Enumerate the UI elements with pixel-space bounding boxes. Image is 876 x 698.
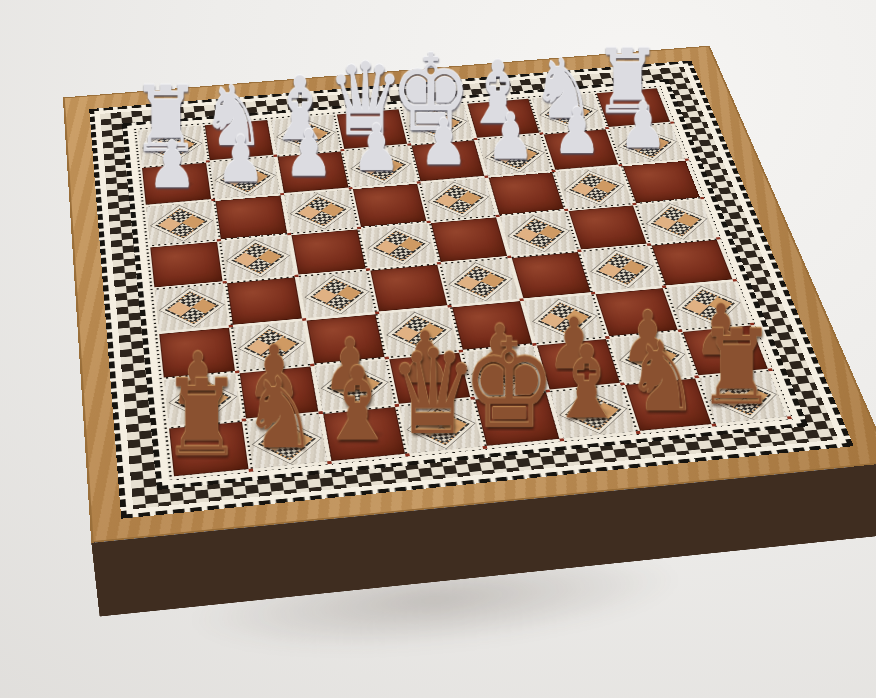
photo-background: ♜♞♝♛♚♝♞♜♟♟♟♟♟♟♟♟♟♟♟♟♟♟♟♟♜♞♝♛♚♝♞♜	[0, 0, 876, 698]
square-e7: ♟	[411, 140, 484, 181]
square-a7: ♟	[142, 163, 211, 205]
square-f1: ♝	[550, 386, 635, 439]
square-b5	[221, 236, 294, 281]
square-g6	[556, 167, 632, 209]
square-a1: ♜	[169, 422, 248, 477]
mosaic-dotted-border-outer: ♜♞♝♛♚♝♞♜♟♟♟♟♟♟♟♟♟♟♟♟♟♟♟♟♜♞♝♛♚♝♞♜	[89, 61, 854, 519]
square-h5	[637, 200, 716, 244]
square-h7: ♟	[609, 124, 684, 164]
square-b6	[215, 195, 287, 239]
square-d1: ♛	[399, 400, 482, 454]
copper-queen-d1: ♛	[388, 334, 477, 451]
chess-box: ♜♞♝♛♚♝♞♜♟♟♟♟♟♟♟♟♟♟♟♟♟♟♟♟♜♞♝♛♚♝♞♜	[70, 113, 876, 617]
square-d7: ♟	[345, 146, 417, 187]
mosaic-dotted-border-inner: ♜♞♝♛♚♝♞♜♟♟♟♟♟♟♟♟♟♟♟♟♟♟♟♟♜♞♝♛♚♝♞♜	[122, 79, 808, 490]
square-h6	[623, 161, 700, 203]
square-h1: ♜	[699, 371, 786, 423]
square-g7: ♟	[544, 129, 618, 169]
square-c6	[284, 190, 357, 233]
square-a4	[155, 284, 229, 332]
square-c4	[299, 271, 375, 318]
board-top: ♜♞♝♛♚♝♞♜♟♟♟♟♟♟♟♟♟♟♟♟♟♟♟♟♜♞♝♛♚♝♞♜	[63, 46, 876, 543]
square-f7: ♟	[478, 135, 552, 176]
scene: ♜♞♝♛♚♝♞♜♟♟♟♟♟♟♟♟♟♟♟♟♟♟♟♟♜♞♝♛♚♝♞♜	[0, 0, 876, 698]
square-b4	[227, 277, 302, 324]
square-c5	[291, 229, 365, 274]
wood-frame: ♜♞♝♛♚♝♞♜♟♟♟♟♟♟♟♟♟♟♟♟♟♟♟♟♜♞♝♛♚♝♞♜	[63, 46, 876, 543]
square-g1: ♞	[625, 378, 711, 430]
square-a6	[146, 201, 217, 245]
square-e4	[441, 258, 519, 304]
square-c7: ♟	[278, 151, 349, 192]
square-f6	[489, 172, 564, 214]
square-d6	[353, 184, 426, 227]
square-g4	[582, 246, 662, 292]
square-a5	[150, 242, 222, 288]
chess-board: ♜♞♝♛♚♝♞♜♟♟♟♟♟♟♟♟♟♟♟♟♟♟♟♟♜♞♝♛♚♝♞♜	[133, 85, 793, 480]
square-h4	[651, 240, 732, 286]
square-f4	[512, 252, 591, 298]
square-f5	[500, 211, 577, 255]
square-d5	[361, 223, 436, 268]
square-d4	[370, 265, 447, 312]
square-e6	[421, 178, 495, 221]
square-e1: ♚	[475, 393, 559, 446]
square-b1: ♞	[246, 414, 327, 468]
square-g5	[569, 205, 647, 249]
square-e5	[431, 217, 507, 262]
square-c1: ♝	[323, 407, 405, 461]
checkered-border: ♜♞♝♛♚♝♞♜♟♟♟♟♟♟♟♟♟♟♟♟♟♟♟♟♜♞♝♛♚♝♞♜	[100, 67, 838, 509]
square-b7: ♟	[210, 157, 280, 199]
